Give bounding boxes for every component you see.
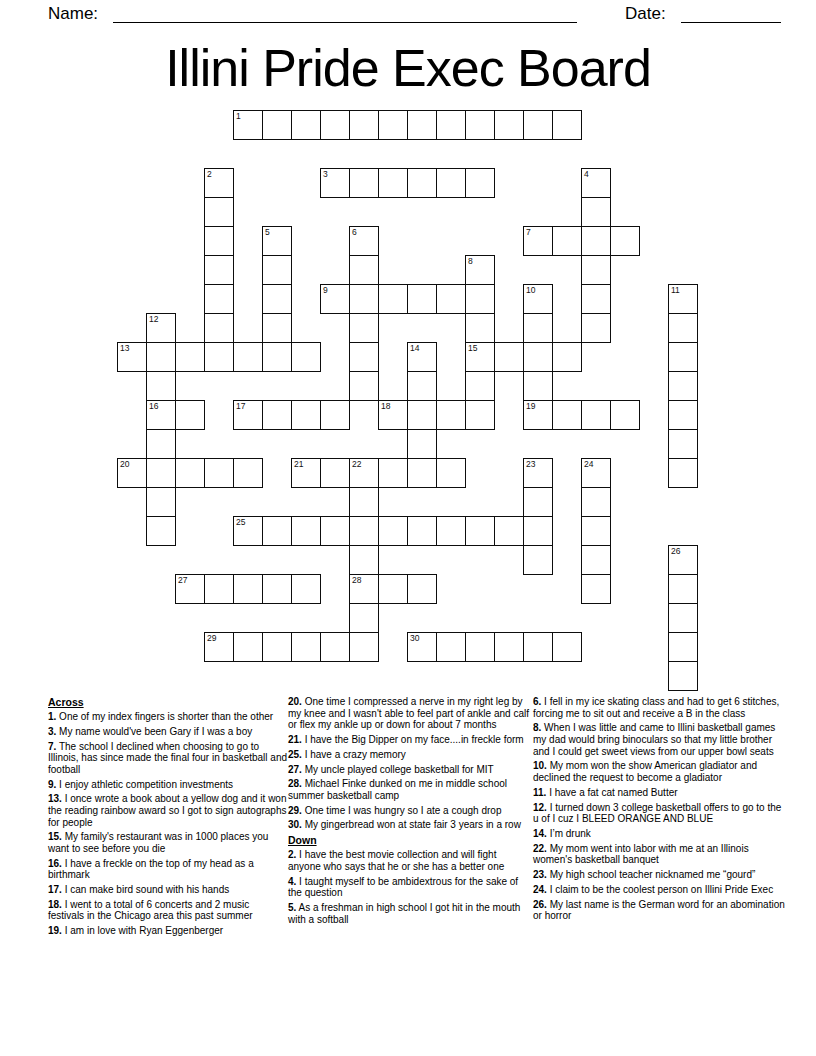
grid-cell-r18c13[interactable]: [494, 632, 524, 662]
cell-number-1: 1: [236, 111, 241, 121]
grid-cell-r16c4[interactable]: [233, 574, 263, 604]
clue-across-21: 21. I have the Big Dipper on my face....…: [288, 734, 530, 746]
grid-cell-r18c4[interactable]: [233, 632, 263, 662]
grid-cell-r0c8[interactable]: [349, 110, 379, 140]
grid-cell-r6c14[interactable]: 10: [523, 284, 553, 314]
grid-cell-r8c14[interactable]: [523, 342, 553, 372]
grid-cell-r3c16[interactable]: [581, 197, 611, 227]
clue-column-1: Across1. One of my index fingers is shor…: [48, 696, 288, 940]
grid-cell-r18c12[interactable]: [465, 632, 495, 662]
grid-cell-r4c3[interactable]: [204, 226, 234, 256]
grid-cell-r16c19[interactable]: [668, 574, 698, 604]
grid-cell-r10c10[interactable]: [407, 400, 437, 430]
across-header: Across: [48, 696, 288, 708]
grid-cell-r2c9[interactable]: [378, 168, 408, 198]
cell-number-16: 16: [149, 401, 158, 411]
grid-cell-r9c19[interactable]: [668, 371, 698, 401]
clue-down-8: 8. When I was little and came to Illini …: [533, 722, 787, 757]
cell-number-22: 22: [352, 459, 361, 469]
grid-cell-r0c13[interactable]: [494, 110, 524, 140]
grid-cell-r5c12[interactable]: 8: [465, 255, 495, 285]
grid-cell-r7c12[interactable]: [465, 313, 495, 343]
grid-cell-r8c10[interactable]: 14: [407, 342, 437, 372]
clue-across-20: 20. One time I compressed a nerve in my …: [288, 696, 530, 731]
grid-cell-r7c14[interactable]: [523, 313, 553, 343]
grid-cell-r13c1[interactable]: [146, 487, 176, 517]
grid-cell-r15c14[interactable]: [523, 545, 553, 575]
clue-across-29: 29. One time I was hungry so I ate a cou…: [288, 805, 530, 817]
grid-cell-r14c14[interactable]: [523, 516, 553, 546]
clue-across-25: 25. I have a crazy memory: [288, 749, 530, 761]
grid-cell-r13c14[interactable]: [523, 487, 553, 517]
cell-number-7: 7: [526, 227, 531, 237]
grid-cell-r6c19[interactable]: 11: [668, 284, 698, 314]
clue-across-15: 15. My family's restaurant was in 1000 p…: [48, 831, 288, 854]
grid-cell-r4c5[interactable]: 5: [262, 226, 292, 256]
grid-cell-r5c16[interactable]: [581, 255, 611, 285]
grid-cell-r8c8[interactable]: [349, 342, 379, 372]
grid-cell-r6c10[interactable]: [407, 284, 437, 314]
grid-cell-r2c12[interactable]: [465, 168, 495, 198]
grid-cell-r10c5[interactable]: [262, 400, 292, 430]
clue-across-1: 1. One of my index fingers is shorter th…: [48, 711, 288, 723]
grid-cell-r6c12[interactable]: [465, 284, 495, 314]
cell-number-27: 27: [178, 575, 187, 585]
cell-number-19: 19: [526, 401, 535, 411]
clue-down-12: 12. I turned down 3 college basketball o…: [533, 802, 787, 825]
grid-cell-r14c1[interactable]: [146, 516, 176, 546]
cell-number-18: 18: [381, 401, 390, 411]
grid-cell-r12c1[interactable]: [146, 458, 176, 488]
grid-cell-r16c8[interactable]: 28: [349, 574, 379, 604]
grid-cell-r14c5[interactable]: [262, 516, 292, 546]
grid-cell-r6c5[interactable]: [262, 284, 292, 314]
clue-across-17: 17. I can make bird sound with his hands: [48, 884, 288, 896]
cell-number-9: 9: [323, 285, 328, 295]
grid-cell-r4c15[interactable]: [552, 226, 582, 256]
grid-cell-r10c16[interactable]: [581, 400, 611, 430]
grid-cell-r7c5[interactable]: [262, 313, 292, 343]
crossword-grid: 1234567891011121314151617181920212223242…: [117, 110, 699, 692]
grid-cell-r18c10[interactable]: 30: [407, 632, 437, 662]
cell-number-14: 14: [410, 343, 419, 353]
grid-cell-r17c19[interactable]: [668, 603, 698, 633]
grid-cell-r18c11[interactable]: [436, 632, 466, 662]
grid-cell-r14c10[interactable]: [407, 516, 437, 546]
grid-cell-r4c17[interactable]: [610, 226, 640, 256]
grid-cell-r2c16[interactable]: 4: [581, 168, 611, 198]
clue-across-13: 13. I once wrote a book about a yellow d…: [48, 793, 288, 828]
grid-cell-r0c12[interactable]: [465, 110, 495, 140]
clue-down-10: 10. My mom won the show American gladiat…: [533, 760, 787, 783]
clue-across-18: 18. I went to a total of 6 concerts and …: [48, 899, 288, 922]
cell-number-25: 25: [236, 517, 245, 527]
clue-across-19: 19. I am in love with Ryan Eggenberger: [48, 925, 288, 937]
grid-cell-r9c1[interactable]: [146, 371, 176, 401]
clue-across-28: 28. Michael Finke dunked on me in middle…: [288, 778, 530, 801]
grid-cell-r10c15[interactable]: [552, 400, 582, 430]
grid-cell-r9c12[interactable]: [465, 371, 495, 401]
grid-cell-r6c3[interactable]: [204, 284, 234, 314]
grid-cell-r12c2[interactable]: [175, 458, 205, 488]
cell-number-2: 2: [207, 169, 212, 179]
grid-cell-r16c5[interactable]: [262, 574, 292, 604]
grid-cell-r18c3[interactable]: 29: [204, 632, 234, 662]
grid-cell-r7c3[interactable]: [204, 313, 234, 343]
cell-number-30: 30: [410, 633, 419, 643]
grid-cell-r14c8[interactable]: [349, 516, 379, 546]
grid-cell-r10c11[interactable]: [436, 400, 466, 430]
grid-cell-r17c8[interactable]: [349, 603, 379, 633]
grid-cell-r6c9[interactable]: [378, 284, 408, 314]
clue-down-4: 4. I taught myself to be ambidextrous fo…: [288, 876, 530, 899]
grid-cell-r8c6[interactable]: [291, 342, 321, 372]
grid-cell-r19c19[interactable]: [668, 661, 698, 691]
grid-cell-r0c10[interactable]: [407, 110, 437, 140]
grid-cell-r18c14[interactable]: [523, 632, 553, 662]
name-blank-line[interactable]: [113, 22, 577, 23]
grid-cell-r2c11[interactable]: [436, 168, 466, 198]
clue-down-14: 14. I’m drunk: [533, 828, 787, 840]
grid-cell-r12c14[interactable]: 23: [523, 458, 553, 488]
grid-cell-r15c8[interactable]: [349, 545, 379, 575]
clue-across-7: 7. The school I declined when choosing t…: [48, 741, 288, 776]
grid-cell-r14c13[interactable]: [494, 516, 524, 546]
cell-number-5: 5: [265, 227, 270, 237]
cell-number-20: 20: [120, 459, 129, 469]
cell-number-6: 6: [352, 227, 357, 237]
grid-cell-r14c6[interactable]: [291, 516, 321, 546]
worksheet-page: { "game": "crossword", "title": "Illini …: [0, 0, 816, 1056]
grid-cell-r16c16[interactable]: [581, 574, 611, 604]
clue-down-11: 11. I have a fat cat named Butter: [533, 787, 787, 799]
grid-cell-r16c10[interactable]: [407, 574, 437, 604]
clue-column-2: 20. One time I compressed a nerve in my …: [288, 696, 530, 928]
grid-cell-r16c2[interactable]: 27: [175, 574, 205, 604]
grid-cell-r0c7[interactable]: [320, 110, 350, 140]
grid-cell-r0c5[interactable]: [262, 110, 292, 140]
cell-number-8: 8: [468, 256, 473, 266]
grid-cell-r7c8[interactable]: [349, 313, 379, 343]
grid-cell-r12c0[interactable]: 20: [117, 458, 147, 488]
cell-number-10: 10: [526, 285, 535, 295]
grid-cell-r16c6[interactable]: [291, 574, 321, 604]
clue-down-24: 24. I claim to be the coolest person on …: [533, 884, 787, 896]
grid-cell-r10c9[interactable]: 18: [378, 400, 408, 430]
grid-cell-r12c7[interactable]: [320, 458, 350, 488]
clue-column-3: 6. I fell in my ice skating class and ha…: [533, 696, 787, 925]
grid-cell-r9c10[interactable]: [407, 371, 437, 401]
clue-across-27: 27. My uncle played college basketball f…: [288, 764, 530, 776]
clue-across-30: 30. My gingerbread won at state fair 3 y…: [288, 819, 530, 831]
grid-cell-r7c1[interactable]: 12: [146, 313, 176, 343]
grid-cell-r0c14[interactable]: [523, 110, 553, 140]
grid-cell-r10c12[interactable]: [465, 400, 495, 430]
grid-cell-r18c8[interactable]: [349, 632, 379, 662]
grid-cell-r12c4[interactable]: [233, 458, 263, 488]
grid-cell-r8c0[interactable]: 13: [117, 342, 147, 372]
grid-cell-r7c16[interactable]: [581, 313, 611, 343]
grid-cell-r11c19[interactable]: [668, 429, 698, 459]
grid-cell-r14c7[interactable]: [320, 516, 350, 546]
grid-cell-r8c2[interactable]: [175, 342, 205, 372]
grid-cell-r2c8[interactable]: [349, 168, 379, 198]
cell-number-29: 29: [207, 633, 216, 643]
cell-number-3: 3: [323, 169, 328, 179]
grid-cell-r14c12[interactable]: [465, 516, 495, 546]
grid-cell-r18c19[interactable]: [668, 632, 698, 662]
grid-cell-r9c14[interactable]: [523, 371, 553, 401]
cell-number-17: 17: [236, 401, 245, 411]
cell-number-13: 13: [120, 343, 129, 353]
grid-cell-r10c19[interactable]: [668, 400, 698, 430]
grid-cell-r8c1[interactable]: [146, 342, 176, 372]
grid-cell-r4c16[interactable]: [581, 226, 611, 256]
grid-cell-r14c4[interactable]: 25: [233, 516, 263, 546]
grid-cell-r8c13[interactable]: [494, 342, 524, 372]
grid-cell-r18c7[interactable]: [320, 632, 350, 662]
grid-cell-r14c11[interactable]: [436, 516, 466, 546]
grid-cell-r12c19[interactable]: [668, 458, 698, 488]
grid-cell-r12c9[interactable]: [378, 458, 408, 488]
grid-cell-r0c9[interactable]: [378, 110, 408, 140]
date-blank-line[interactable]: [681, 22, 781, 23]
grid-cell-r6c8[interactable]: [349, 284, 379, 314]
grid-cell-r5c5[interactable]: [262, 255, 292, 285]
grid-cell-r14c16[interactable]: [581, 516, 611, 546]
grid-cell-r6c16[interactable]: [581, 284, 611, 314]
clue-down-6: 6. I fell in my ice skating class and ha…: [533, 696, 787, 719]
grid-cell-r5c3[interactable]: [204, 255, 234, 285]
grid-cell-r18c15[interactable]: [552, 632, 582, 662]
grid-cell-r12c11[interactable]: [436, 458, 466, 488]
grid-cell-r10c17[interactable]: [610, 400, 640, 430]
grid-cell-r13c16[interactable]: [581, 487, 611, 517]
grid-cell-r2c10[interactable]: [407, 168, 437, 198]
grid-cell-r12c10[interactable]: [407, 458, 437, 488]
name-label: Name:: [48, 4, 98, 24]
grid-cell-r12c3[interactable]: [204, 458, 234, 488]
grid-cell-r8c19[interactable]: [668, 342, 698, 372]
grid-cell-r0c15[interactable]: [552, 110, 582, 140]
page-title: Illini Pride Exec Board: [0, 38, 816, 98]
grid-cell-r6c7[interactable]: 9: [320, 284, 350, 314]
grid-cell-r3c3[interactable]: [204, 197, 234, 227]
grid-cell-r14c9[interactable]: [378, 516, 408, 546]
grid-cell-r4c14[interactable]: 7: [523, 226, 553, 256]
cell-number-4: 4: [584, 169, 589, 179]
grid-cell-r11c1[interactable]: [146, 429, 176, 459]
cell-number-28: 28: [352, 575, 361, 585]
grid-cell-r16c3[interactable]: [204, 574, 234, 604]
grid-cell-r12c6[interactable]: 21: [291, 458, 321, 488]
cell-number-15: 15: [468, 343, 477, 353]
grid-cell-r4c8[interactable]: 6: [349, 226, 379, 256]
cell-number-21: 21: [294, 459, 303, 469]
grid-cell-r18c6[interactable]: [291, 632, 321, 662]
grid-cell-r15c16[interactable]: [581, 545, 611, 575]
clue-down-22: 22. My mom went into labor with me at an…: [533, 843, 787, 866]
grid-cell-r0c6[interactable]: [291, 110, 321, 140]
grid-cell-r10c7[interactable]: [320, 400, 350, 430]
grid-cell-r2c3[interactable]: 2: [204, 168, 234, 198]
grid-cell-r13c8[interactable]: [349, 487, 379, 517]
grid-cell-r15c19[interactable]: 26: [668, 545, 698, 575]
grid-cell-r12c16[interactable]: 24: [581, 458, 611, 488]
grid-cell-r5c8[interactable]: [349, 255, 379, 285]
grid-cell-r12c8[interactable]: 22: [349, 458, 379, 488]
clue-across-3: 3. My name would've been Gary if I was a…: [48, 726, 288, 738]
clue-down-2: 2. I have the best movie collection and …: [288, 849, 530, 872]
clue-down-23: 23. My high school teacher nicknamed me …: [533, 869, 787, 881]
grid-cell-r2c7[interactable]: 3: [320, 168, 350, 198]
grid-cell-r10c4[interactable]: 17: [233, 400, 263, 430]
grid-cell-r10c1[interactable]: 16: [146, 400, 176, 430]
clue-across-16: 16. I have a freckle on the top of my he…: [48, 858, 288, 881]
down-header: Down: [288, 834, 530, 846]
grid-cell-r8c4[interactable]: [233, 342, 263, 372]
grid-cell-r10c14[interactable]: 19: [523, 400, 553, 430]
date-label: Date:: [625, 4, 666, 24]
clue-down-5: 5. As a freshman in high school I got hi…: [288, 902, 530, 925]
cell-number-24: 24: [584, 459, 593, 469]
cell-number-26: 26: [671, 546, 680, 556]
cell-number-12: 12: [149, 314, 158, 324]
grid-cell-r8c5[interactable]: [262, 342, 292, 372]
grid-cell-r9c8[interactable]: [349, 371, 379, 401]
grid-cell-r6c11[interactable]: [436, 284, 466, 314]
grid-cell-r0c11[interactable]: [436, 110, 466, 140]
clue-across-9: 9. I enjoy athletic competition investme…: [48, 779, 288, 791]
grid-cell-r18c5[interactable]: [262, 632, 292, 662]
grid-cell-r10c2[interactable]: [175, 400, 205, 430]
cell-number-23: 23: [526, 459, 535, 469]
grid-cell-r10c6[interactable]: [291, 400, 321, 430]
grid-cell-r8c3[interactable]: [204, 342, 234, 372]
grid-cell-r0c4[interactable]: 1: [233, 110, 263, 140]
grid-cell-r16c9[interactable]: [378, 574, 408, 604]
grid-cell-r7c19[interactable]: [668, 313, 698, 343]
clue-down-26: 26. My last name is the German word for …: [533, 899, 787, 922]
grid-cell-r8c15[interactable]: [552, 342, 582, 372]
grid-cell-r8c12[interactable]: 15: [465, 342, 495, 372]
cell-number-11: 11: [671, 285, 680, 295]
grid-cell-r11c10[interactable]: [407, 429, 437, 459]
